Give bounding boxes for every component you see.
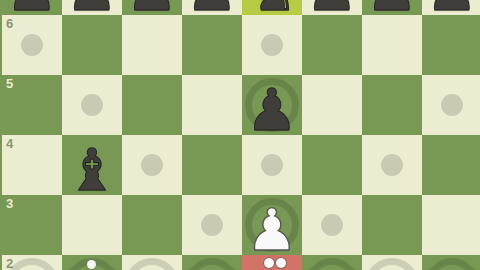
white-pawn-e3[interactable]: ♟ — [242, 195, 302, 255]
hint-dot-icon — [441, 94, 463, 116]
black-pawn-e5[interactable]: ♟ — [242, 75, 302, 135]
square-b3[interactable] — [62, 195, 122, 255]
capture-hint-ring-g2[interactable] — [362, 255, 422, 270]
square-h6[interactable] — [422, 15, 480, 75]
move-hint-dot-b5[interactable] — [62, 75, 122, 135]
rank-label-3: 3 — [6, 196, 13, 211]
square-c3[interactable] — [122, 195, 182, 255]
black-bishop-b4[interactable]: ♝ — [62, 135, 122, 195]
square-c5[interactable] — [122, 75, 182, 135]
white-queen-crown-top[interactable] — [276, 258, 286, 268]
rank-label-5: 5 — [6, 76, 13, 91]
rank-label-4: 4 — [6, 136, 13, 151]
hint-dot-icon — [261, 154, 283, 176]
square-d6[interactable] — [182, 15, 242, 75]
black-pawn-g7[interactable]: ♟ — [362, 0, 422, 15]
hint-dot-icon — [321, 214, 343, 236]
hint-ring-icon — [305, 258, 359, 270]
black-pawn-d7[interactable]: ♟ — [182, 0, 242, 15]
square-h3[interactable] — [422, 195, 480, 255]
black-pawn-h7[interactable]: ♟ — [422, 0, 480, 15]
hint-ring-icon — [185, 258, 239, 270]
hint-dot-icon — [201, 214, 223, 236]
chess-app-viewport: 65432♟♟♟♟♞♟♟♟♟♝♟ — [0, 0, 480, 270]
capture-hint-ring-c2[interactable] — [122, 255, 182, 270]
hint-dot-icon — [21, 34, 43, 56]
hint-ring-icon — [125, 258, 179, 270]
move-hint-dot-h5[interactable] — [422, 75, 480, 135]
black-pawn-b7[interactable]: ♟ — [62, 0, 122, 15]
hint-ring-icon — [365, 258, 419, 270]
capture-hint-ring-f2[interactable] — [302, 255, 362, 270]
black-pawn-f7[interactable]: ♟ — [302, 0, 362, 15]
white-pawn-head-top[interactable] — [87, 260, 96, 269]
square-g5[interactable] — [362, 75, 422, 135]
hint-ring-icon — [5, 258, 59, 270]
move-hint-dot-e4[interactable] — [242, 135, 302, 195]
black-pawn-c7[interactable]: ♟ — [122, 0, 182, 15]
square-f5[interactable] — [302, 75, 362, 135]
hint-dot-icon — [261, 34, 283, 56]
square-b6[interactable] — [62, 15, 122, 75]
capture-hint-ring-h2[interactable] — [422, 255, 480, 270]
move-hint-dot-e6[interactable] — [242, 15, 302, 75]
hint-ring-icon — [425, 258, 479, 270]
black-knight-e7[interactable]: ♞ — [242, 0, 302, 15]
capture-hint-ring-a2[interactable] — [2, 255, 62, 270]
square-h4[interactable] — [422, 135, 480, 195]
hint-dot-icon — [81, 94, 103, 116]
square-d4[interactable] — [182, 135, 242, 195]
hint-dot-icon — [381, 154, 403, 176]
square-f4[interactable] — [302, 135, 362, 195]
move-hint-dot-d3[interactable] — [182, 195, 242, 255]
square-c6[interactable] — [122, 15, 182, 75]
square-g6[interactable] — [362, 15, 422, 75]
chess-board[interactable]: 65432♟♟♟♟♞♟♟♟♟♝♟ — [2, 0, 480, 270]
hint-dot-icon — [141, 154, 163, 176]
black-pawn-a7[interactable]: ♟ — [2, 0, 62, 15]
move-hint-dot-g4[interactable] — [362, 135, 422, 195]
move-hint-dot-f3[interactable] — [302, 195, 362, 255]
square-f6[interactable] — [302, 15, 362, 75]
square-d5[interactable] — [182, 75, 242, 135]
square-g3[interactable] — [362, 195, 422, 255]
move-hint-dot-c4[interactable] — [122, 135, 182, 195]
move-hint-dot-a6[interactable] — [2, 15, 62, 75]
capture-hint-ring-d2[interactable] — [182, 255, 242, 270]
white-queen-crown-top[interactable] — [264, 258, 274, 268]
